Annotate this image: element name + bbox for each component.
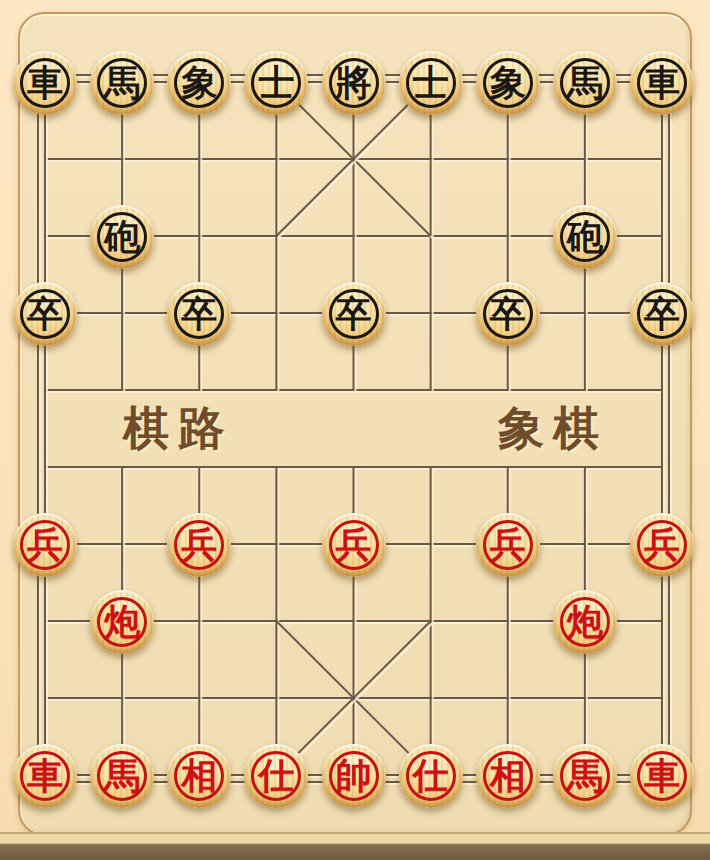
piece-glyph: 象 (476, 51, 540, 115)
piece-glyph: 兵 (322, 513, 386, 577)
piece-glyph: 砲 (553, 205, 617, 269)
piece-glyph: 馬 (90, 744, 154, 808)
piece-glyph: 兵 (630, 513, 694, 577)
piece-black-advisor[interactable]: 士 (244, 51, 308, 115)
piece-red-elephant[interactable]: 相 (167, 744, 231, 808)
piece-glyph: 卒 (630, 282, 694, 346)
piece-glyph: 炮 (553, 590, 617, 654)
piece-glyph: 相 (167, 744, 231, 808)
piece-red-advisor[interactable]: 仕 (244, 744, 308, 808)
piece-glyph: 馬 (553, 51, 617, 115)
piece-glyph: 兵 (167, 513, 231, 577)
piece-glyph: 帥 (322, 744, 386, 808)
piece-glyph: 仕 (244, 744, 308, 808)
piece-glyph: 仕 (399, 744, 463, 808)
piece-black-elephant[interactable]: 象 (476, 51, 540, 115)
table-front-edge (0, 843, 710, 860)
piece-glyph: 馬 (90, 51, 154, 115)
piece-red-cannon[interactable]: 炮 (90, 590, 154, 654)
piece-black-chariot[interactable]: 車 (630, 51, 694, 115)
river-label-left: 棋路 (123, 398, 233, 460)
piece-black-cannon[interactable]: 砲 (553, 205, 617, 269)
piece-red-horse[interactable]: 馬 (90, 744, 154, 808)
piece-glyph: 相 (476, 744, 540, 808)
piece-glyph: 卒 (167, 282, 231, 346)
piece-black-soldier[interactable]: 卒 (476, 282, 540, 346)
piece-black-soldier[interactable]: 卒 (13, 282, 77, 346)
piece-red-horse[interactable]: 馬 (553, 744, 617, 808)
piece-red-advisor[interactable]: 仕 (399, 744, 463, 808)
piece-black-chariot[interactable]: 車 (13, 51, 77, 115)
piece-red-cannon[interactable]: 炮 (553, 590, 617, 654)
piece-black-soldier[interactable]: 卒 (167, 282, 231, 346)
piece-glyph: 卒 (476, 282, 540, 346)
piece-black-soldier[interactable]: 卒 (322, 282, 386, 346)
piece-red-soldier[interactable]: 兵 (13, 513, 77, 577)
piece-glyph: 砲 (90, 205, 154, 269)
piece-red-soldier[interactable]: 兵 (476, 513, 540, 577)
piece-glyph: 士 (244, 51, 308, 115)
piece-black-soldier[interactable]: 卒 (630, 282, 694, 346)
piece-red-chariot[interactable]: 車 (630, 744, 694, 808)
piece-glyph: 卒 (322, 282, 386, 346)
piece-glyph: 卒 (13, 282, 77, 346)
piece-glyph: 兵 (476, 513, 540, 577)
piece-black-elephant[interactable]: 象 (167, 51, 231, 115)
piece-glyph: 炮 (90, 590, 154, 654)
piece-black-horse[interactable]: 馬 (553, 51, 617, 115)
river-label-right: 象棋 (498, 398, 608, 460)
piece-red-elephant[interactable]: 相 (476, 744, 540, 808)
piece-black-cannon[interactable]: 砲 (90, 205, 154, 269)
piece-glyph: 兵 (13, 513, 77, 577)
piece-black-horse[interactable]: 馬 (90, 51, 154, 115)
piece-glyph: 象 (167, 51, 231, 115)
piece-glyph: 車 (13, 51, 77, 115)
piece-glyph: 將 (322, 51, 386, 115)
piece-glyph: 車 (13, 744, 77, 808)
piece-black-advisor[interactable]: 士 (399, 51, 463, 115)
piece-red-general[interactable]: 帥 (322, 744, 386, 808)
piece-black-general[interactable]: 將 (322, 51, 386, 115)
piece-glyph: 士 (399, 51, 463, 115)
piece-red-soldier[interactable]: 兵 (167, 513, 231, 577)
piece-red-soldier[interactable]: 兵 (630, 513, 694, 577)
piece-glyph: 馬 (553, 744, 617, 808)
piece-red-chariot[interactable]: 車 (13, 744, 77, 808)
piece-red-soldier[interactable]: 兵 (322, 513, 386, 577)
piece-glyph: 車 (630, 744, 694, 808)
piece-glyph: 車 (630, 51, 694, 115)
